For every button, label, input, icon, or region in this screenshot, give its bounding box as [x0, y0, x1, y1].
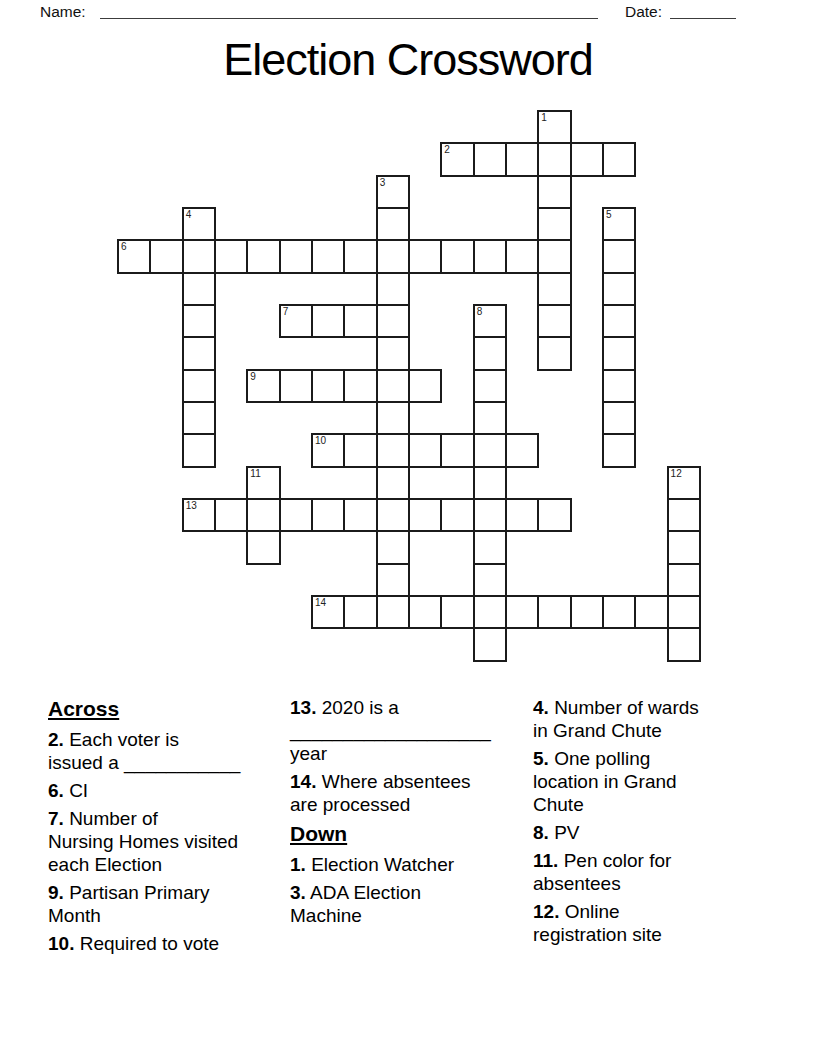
grid-cell[interactable] [505, 595, 539, 629]
grid-cell[interactable] [505, 433, 539, 467]
grid-cell[interactable] [537, 595, 571, 629]
grid-cell[interactable] [376, 336, 410, 370]
grid-cell[interactable] [537, 239, 571, 273]
grid-cell[interactable] [634, 595, 668, 629]
grid-cell[interactable] [279, 239, 313, 273]
cell-number: 9 [250, 371, 256, 382]
grid-cell[interactable] [343, 433, 377, 467]
grid-cell[interactable]: 1 [537, 110, 571, 144]
grid-cell[interactable] [408, 433, 442, 467]
grid-cell[interactable]: 3 [376, 175, 410, 209]
grid-cell[interactable] [602, 272, 636, 306]
clue-number: 14. [290, 771, 316, 792]
grid-cell[interactable] [279, 369, 313, 403]
grid-cell[interactable] [376, 272, 410, 306]
grid-cell[interactable] [182, 304, 216, 338]
grid-cell[interactable] [473, 466, 507, 500]
clue-number: 4. [533, 697, 549, 718]
clue-text: Where absentees are processed [290, 771, 471, 815]
grid-cell[interactable] [602, 304, 636, 338]
clue-text: Number of wards in Grand Chute [533, 697, 699, 741]
grid-cell[interactable] [182, 401, 216, 435]
grid-cell[interactable] [311, 498, 345, 532]
clue-column-2: 13. 2020 is a ___________________ year14… [290, 696, 533, 960]
clue-number: 8. [533, 822, 549, 843]
grid-cell[interactable]: 5 [602, 207, 636, 241]
clue-heading-across: Across [48, 696, 290, 722]
grid-cell[interactable] [149, 239, 183, 273]
grid-cell[interactable] [246, 239, 280, 273]
grid-cell[interactable] [311, 369, 345, 403]
grid-cell[interactable] [505, 142, 539, 176]
grid-cell[interactable] [537, 142, 571, 176]
name-blank-line[interactable] [100, 2, 598, 19]
clue-column-3: 4. Number of wards in Grand Chute5. One … [533, 696, 778, 960]
grid-cell[interactable] [602, 369, 636, 403]
grid-cell[interactable] [602, 142, 636, 176]
grid-cell[interactable] [182, 239, 216, 273]
page-title: Election Crossword [0, 34, 816, 86]
grid-cell[interactable] [279, 498, 313, 532]
grid-cell[interactable] [182, 272, 216, 306]
grid-cell[interactable]: 12 [667, 466, 701, 500]
grid-cell[interactable] [440, 433, 474, 467]
grid-cell[interactable]: 13 [182, 498, 216, 532]
grid-cell[interactable] [408, 498, 442, 532]
grid-cell[interactable] [343, 498, 377, 532]
grid-cell[interactable] [473, 498, 507, 532]
clue-number: 11. [533, 850, 558, 871]
grid-cell[interactable] [376, 563, 410, 597]
grid-cell[interactable] [311, 239, 345, 273]
clue-number: 10. [48, 933, 74, 954]
grid-cell[interactable] [570, 142, 604, 176]
grid-cell[interactable] [473, 401, 507, 435]
grid-cell[interactable] [214, 498, 248, 532]
grid-cell[interactable] [667, 563, 701, 597]
grid-cell[interactable] [537, 207, 571, 241]
grid-cell[interactable] [408, 369, 442, 403]
grid-cell[interactable]: 8 [473, 304, 507, 338]
grid-cell[interactable] [505, 239, 539, 273]
clue-text: 2020 is a ___________________ year [290, 697, 491, 764]
grid-cell[interactable] [311, 304, 345, 338]
grid-cell[interactable] [214, 239, 248, 273]
grid-cell[interactable] [570, 595, 604, 629]
grid-cell[interactable]: 14 [311, 595, 345, 629]
grid-cell[interactable] [408, 595, 442, 629]
grid-cell[interactable] [246, 530, 280, 564]
clue-item: 7. Number of Nursing Homes visited each … [48, 807, 290, 876]
grid-cell[interactable] [440, 239, 474, 273]
grid-cell[interactable] [667, 530, 701, 564]
grid-cell[interactable] [473, 595, 507, 629]
grid-cell[interactable] [505, 498, 539, 532]
clue-text: Election Watcher [306, 854, 454, 875]
clue-text: Partisan Primary Month [48, 882, 210, 926]
grid-cell[interactable] [667, 595, 701, 629]
grid-cell[interactable] [376, 530, 410, 564]
grid-cell[interactable] [537, 175, 571, 209]
cell-number: 5 [606, 209, 612, 220]
grid-cell[interactable] [182, 369, 216, 403]
grid-cell[interactable] [343, 369, 377, 403]
clue-item: 11. Pen color for absentees [533, 849, 778, 895]
clue-item: 13. 2020 is a ___________________ year [290, 696, 533, 765]
grid-cell[interactable]: 2 [440, 142, 474, 176]
cell-number: 3 [380, 177, 386, 188]
cell-number: 13 [186, 500, 197, 511]
grid-cell[interactable] [343, 304, 377, 338]
clue-number: 5. [533, 748, 549, 769]
cell-number: 10 [315, 435, 326, 446]
grid-cell[interactable] [473, 530, 507, 564]
date-label: Date: [625, 3, 662, 21]
grid-cell[interactable] [537, 304, 571, 338]
grid-cell[interactable] [602, 433, 636, 467]
clue-item: 12. Online registration site [533, 900, 778, 946]
clue-column-1: Across2. Each voter is issued a ________… [48, 696, 290, 960]
clue-item: 14. Where absentees are processed [290, 770, 533, 816]
clue-item: 10. Required to vote [48, 932, 290, 955]
cell-number: 1 [541, 112, 547, 123]
clue-text: Number of Nursing Homes visited each Ele… [48, 808, 238, 875]
grid-cell[interactable] [376, 466, 410, 500]
clue-section: Across2. Each voter is issued a ________… [48, 696, 778, 960]
grid-cell[interactable] [376, 304, 410, 338]
clue-number: 7. [48, 808, 64, 829]
clue-number: 12. [533, 901, 559, 922]
grid-cell[interactable] [473, 433, 507, 467]
cell-number: 8 [477, 306, 483, 317]
clue-item: 5. One polling location in Grand Chute [533, 747, 778, 816]
cell-number: 14 [315, 597, 326, 608]
clue-number: 9. [48, 882, 64, 903]
clue-number: 1. [290, 854, 306, 875]
grid-cell[interactable] [246, 498, 280, 532]
grid-cell[interactable] [667, 498, 701, 532]
grid-cell[interactable] [602, 595, 636, 629]
grid-cell[interactable] [376, 207, 410, 241]
cell-number: 12 [671, 468, 682, 479]
name-label: Name: [40, 3, 86, 21]
clue-text: Required to vote [74, 933, 219, 954]
clue-number: 3. [290, 882, 306, 903]
grid-cell[interactable] [537, 336, 571, 370]
clue-text: One polling location in Grand Chute [533, 748, 677, 815]
grid-cell[interactable] [602, 239, 636, 273]
grid-cell[interactable] [376, 433, 410, 467]
clue-text: ADA Election Machine [290, 882, 421, 926]
grid-cell[interactable] [376, 239, 410, 273]
grid-cell[interactable] [376, 401, 410, 435]
grid-cell[interactable] [537, 272, 571, 306]
clue-number: 2. [48, 729, 64, 750]
grid-cell[interactable]: 11 [246, 466, 280, 500]
clue-number: 13. [290, 697, 316, 718]
grid-cell[interactable] [376, 595, 410, 629]
clue-item: 4. Number of wards in Grand Chute [533, 696, 778, 742]
cell-number: 2 [444, 144, 450, 155]
grid-cell[interactable] [343, 595, 377, 629]
clue-item: 6. CI [48, 779, 290, 802]
cell-number: 6 [121, 241, 127, 252]
cell-number: 11 [250, 468, 260, 479]
grid-cell[interactable] [182, 336, 216, 370]
grid-cell[interactable] [440, 498, 474, 532]
clue-text: PV [549, 822, 580, 843]
grid-cell[interactable]: 7 [279, 304, 313, 338]
clue-item: 1. Election Watcher [290, 853, 533, 876]
grid-cell[interactable] [473, 336, 507, 370]
grid-cell[interactable] [376, 369, 410, 403]
grid-cell[interactable] [182, 433, 216, 467]
date-blank-line[interactable] [670, 2, 736, 19]
grid-cell[interactable] [473, 627, 507, 661]
clue-item: 8. PV [533, 821, 778, 844]
grid-cell[interactable] [473, 563, 507, 597]
clue-item: 2. Each voter is issued a ___________ [48, 728, 290, 774]
clue-heading-down: Down [290, 821, 533, 847]
cell-number: 4 [186, 209, 192, 220]
grid-cell[interactable]: 9 [246, 369, 280, 403]
clue-item: 3. ADA Election Machine [290, 881, 533, 927]
clue-item: 9. Partisan Primary Month [48, 881, 290, 927]
cell-number: 7 [283, 306, 289, 317]
grid-cell[interactable] [473, 369, 507, 403]
grid-cell[interactable]: 6 [117, 239, 151, 273]
grid-cell[interactable] [602, 336, 636, 370]
grid-cell[interactable] [440, 595, 474, 629]
grid-cell[interactable]: 10 [311, 433, 345, 467]
clue-number: 6. [48, 780, 64, 801]
grid-cell[interactable] [602, 401, 636, 435]
grid-cell[interactable] [408, 239, 442, 273]
grid-cell[interactable] [343, 239, 377, 273]
grid-cell[interactable] [376, 498, 410, 532]
grid-cell[interactable] [473, 142, 507, 176]
clue-text: CI [64, 780, 88, 801]
grid-cell[interactable] [473, 239, 507, 273]
grid-cell[interactable] [537, 498, 571, 532]
grid-cell[interactable] [667, 627, 701, 661]
grid-cell[interactable]: 4 [182, 207, 216, 241]
clue-text: Each voter is issued a ___________ [48, 729, 240, 773]
